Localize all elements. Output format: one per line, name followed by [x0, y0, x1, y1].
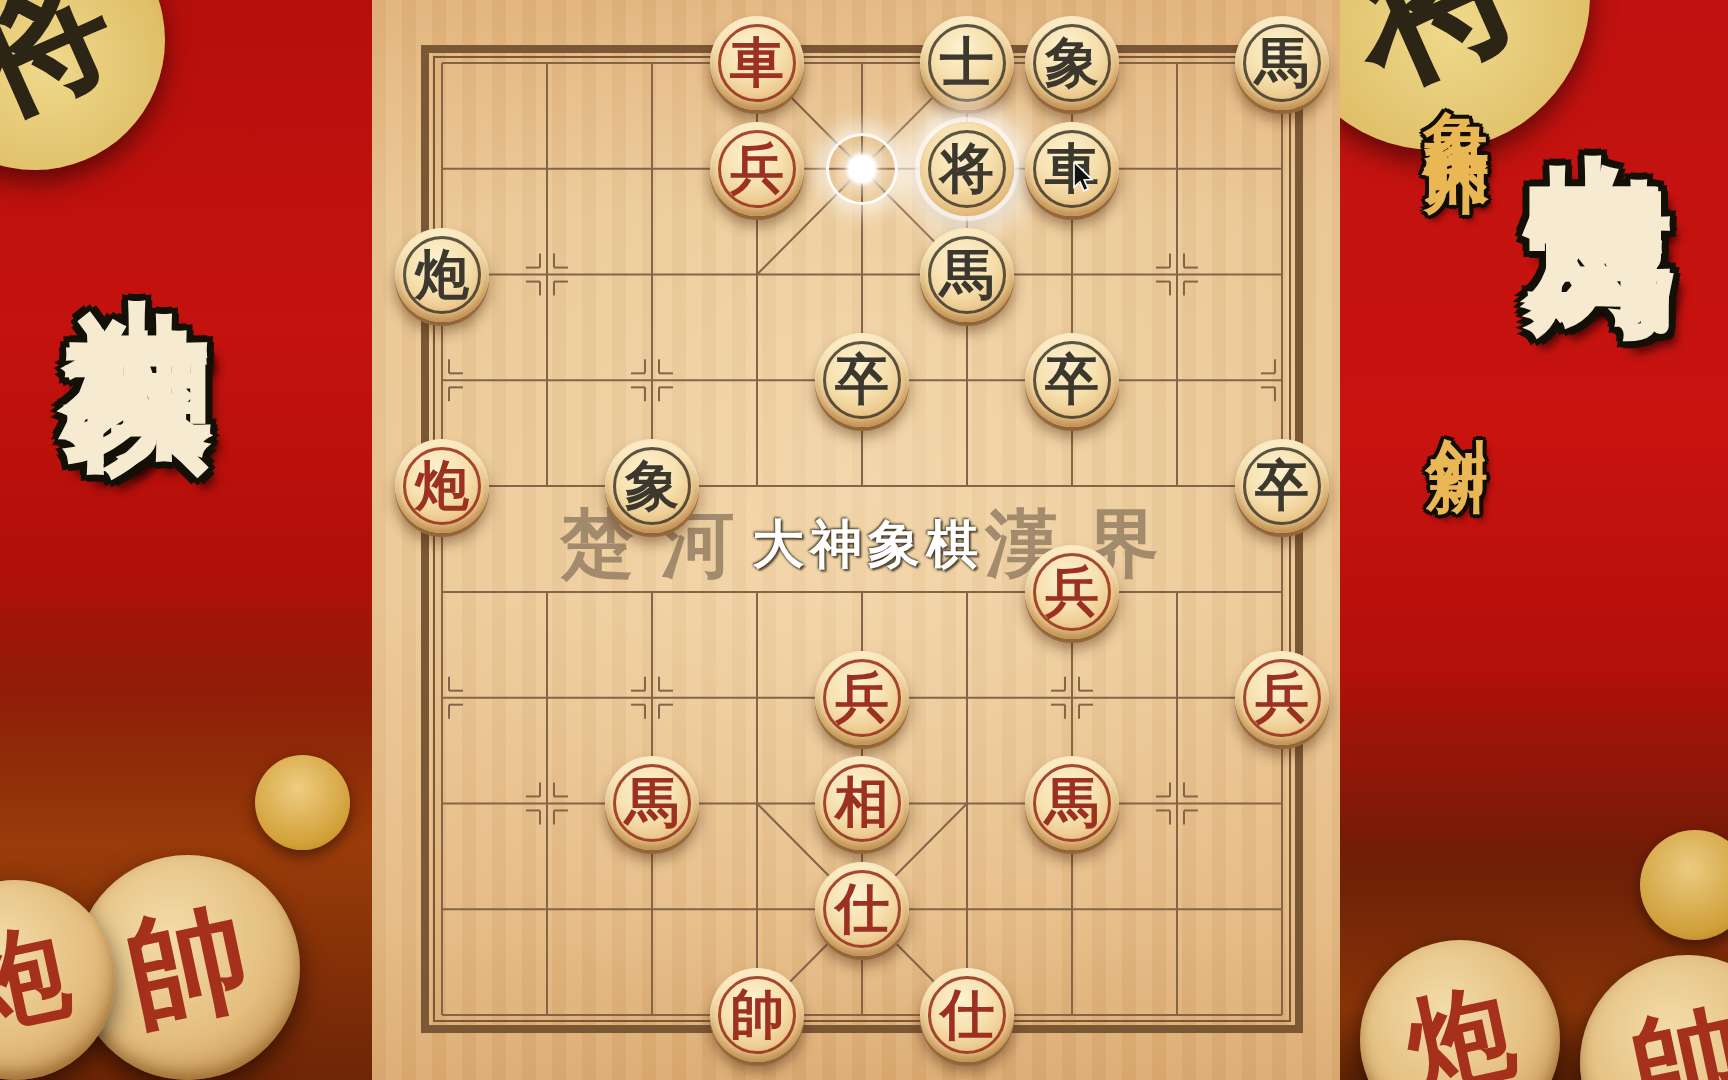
mouse-cursor-icon: [1072, 162, 1098, 196]
piece-black-卒[interactable]: 卒: [1025, 333, 1119, 427]
piece-char: 士: [940, 36, 994, 90]
piece-char: 帥: [730, 988, 784, 1042]
piece-red-車[interactable]: 車: [710, 16, 804, 110]
piece-black-象[interactable]: 象: [605, 439, 699, 533]
piece-char: 兵: [1255, 671, 1309, 725]
piece-red-仕[interactable]: 仕: [815, 862, 909, 956]
piece-black-馬[interactable]: 馬: [920, 228, 1014, 322]
piece-red-兵[interactable]: 兵: [710, 122, 804, 216]
right-panel-subtitle-2: 创新: [1426, 388, 1488, 412]
piece-char: 相: [835, 776, 889, 830]
piece-char: 馬: [1255, 36, 1309, 90]
piece-char: 兵: [730, 142, 784, 196]
right-panel-title: 中炮对屏风马: [1525, 32, 1675, 104]
left-decor-panel: 将 帥 炮 大神象棋: [0, 0, 372, 1080]
piece-red-馬[interactable]: 馬: [1025, 756, 1119, 850]
piece-red-馬[interactable]: 馬: [605, 756, 699, 850]
piece-char: 兵: [835, 671, 889, 725]
xiangqi-board[interactable]: 楚河 漢界 大神象棋 車兵炮兵兵兵馬相馬仕帥仕士象馬将車炮馬卒卒象卒: [372, 0, 1340, 1080]
piece-black-炮[interactable]: 炮: [395, 228, 489, 322]
watermark-text: 大神象棋: [752, 510, 984, 580]
decor-piece-top-left: 将: [0, 0, 165, 170]
piece-char: 馬: [625, 776, 679, 830]
piece-char: 卒: [835, 353, 889, 407]
screenshot-stage: 将 帥 炮 大神象棋 楚河 漢界 大神象棋 車兵炮兵兵兵馬相馬仕帥仕士象馬将車炮…: [0, 0, 1728, 1080]
decor-shuai-char: 帥: [112, 875, 263, 1059]
piece-red-兵[interactable]: 兵: [815, 651, 909, 745]
piece-red-帥[interactable]: 帥: [710, 968, 804, 1062]
piece-char: 将: [940, 142, 994, 196]
piece-red-兵[interactable]: 兵: [1025, 545, 1119, 639]
piece-black-馬[interactable]: 馬: [1235, 16, 1329, 110]
left-panel-title: 大神象棋: [62, 175, 214, 215]
piece-black-卒[interactable]: 卒: [1235, 439, 1329, 533]
piece-char: 兵: [1045, 565, 1099, 619]
right-panel-subtitle: 象棋大师: [1423, 58, 1489, 114]
piece-black-卒[interactable]: 卒: [815, 333, 909, 427]
piece-char: 卒: [1255, 459, 1309, 513]
piece-black-将[interactable]: 将: [920, 122, 1014, 216]
piece-red-炮[interactable]: 炮: [395, 439, 489, 533]
piece-char: 仕: [835, 882, 889, 936]
last-move-sparkle: [826, 133, 898, 205]
piece-char: 車: [730, 36, 784, 90]
piece-black-士[interactable]: 士: [920, 16, 1014, 110]
piece-red-兵[interactable]: 兵: [1235, 651, 1329, 745]
piece-char: 炮: [415, 459, 469, 513]
piece-red-相[interactable]: 相: [815, 756, 909, 850]
right-decor-panel: 将 炮 帥 象棋大师 创新 中炮对屏风马: [1340, 0, 1728, 1080]
decor-pao-char-right: 炮: [1394, 960, 1526, 1080]
decor-shuai-char-right: 帥: [1618, 978, 1728, 1080]
decor-pao-char: 炮: [0, 900, 81, 1060]
decor-piece-top-left-char: 将: [0, 0, 145, 163]
piece-char: 炮: [415, 248, 469, 302]
piece-char: 仕: [940, 988, 994, 1042]
piece-char: 馬: [1045, 776, 1099, 830]
piece-char: 卒: [1045, 353, 1099, 407]
piece-char: 馬: [940, 248, 994, 302]
piece-char: 象: [625, 459, 679, 513]
piece-black-象[interactable]: 象: [1025, 16, 1119, 110]
gold-coin-left: [255, 755, 350, 850]
piece-char: 象: [1045, 36, 1099, 90]
piece-red-仕[interactable]: 仕: [920, 968, 1014, 1062]
